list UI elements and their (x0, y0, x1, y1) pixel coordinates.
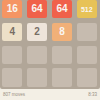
tile-4-r1c0: 4 (2, 23, 22, 41)
tile-64-r0c2: 64 (52, 0, 72, 18)
timer: 8:33 (88, 92, 97, 97)
status-bar: 807 moves 8:33 (0, 89, 100, 100)
empty-cell-r3c0 (2, 68, 22, 86)
empty-cell-r1c3 (77, 23, 97, 41)
tile-16-r0c0: 16 (2, 0, 22, 18)
moves-counter: 807 moves (3, 92, 25, 97)
2048-board[interactable]: 166464512428 (0, 0, 100, 89)
empty-cell-r3c1 (27, 68, 47, 86)
empty-cell-r2c3 (77, 46, 97, 64)
empty-cell-r3c3 (77, 68, 97, 86)
tile-8-r1c2: 8 (52, 23, 72, 41)
tile-512-r0c3: 512 (77, 0, 97, 18)
tile-2-r1c1: 2 (27, 23, 47, 41)
empty-cell-r2c0 (2, 46, 22, 64)
empty-cell-r3c2 (52, 68, 72, 86)
empty-cell-r2c1 (27, 46, 47, 64)
empty-cell-r2c2 (52, 46, 72, 64)
tile-64-r0c1: 64 (27, 0, 47, 18)
